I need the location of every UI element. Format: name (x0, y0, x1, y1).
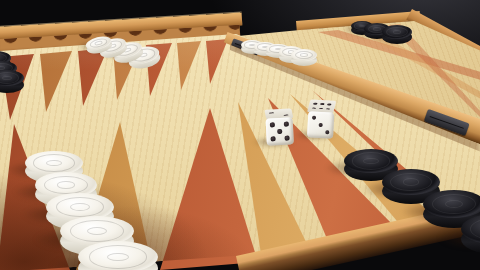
die-front-face (307, 111, 334, 138)
die-pip (269, 113, 273, 114)
black-checker[interactable] (382, 25, 412, 44)
die[interactable] (307, 99, 335, 138)
pieces-layer (0, 0, 480, 270)
die-pip (284, 114, 288, 115)
die-pip (285, 136, 289, 140)
die-pip (312, 116, 316, 120)
checker-top (78, 241, 158, 270)
checker-top (291, 49, 317, 61)
die[interactable] (265, 108, 294, 145)
die-pip (327, 104, 331, 106)
die-front-face (266, 117, 294, 145)
black-checker[interactable] (461, 214, 480, 254)
die-pip (325, 130, 329, 134)
die-pip (278, 129, 282, 133)
die-pip (320, 103, 324, 105)
white-checker[interactable] (78, 241, 158, 270)
die-pip (270, 123, 274, 127)
die-pip (271, 137, 275, 141)
die-pip (326, 108, 330, 110)
die-pip (277, 114, 281, 115)
die-pip (319, 123, 323, 127)
die-pip (284, 122, 288, 126)
die-pip (313, 103, 317, 105)
black-checker[interactable] (0, 70, 24, 93)
die-pip (312, 108, 316, 110)
backgammon-scene (0, 0, 480, 270)
checker-top (382, 25, 412, 39)
white-checker[interactable] (291, 49, 317, 66)
die-pip (319, 108, 323, 110)
